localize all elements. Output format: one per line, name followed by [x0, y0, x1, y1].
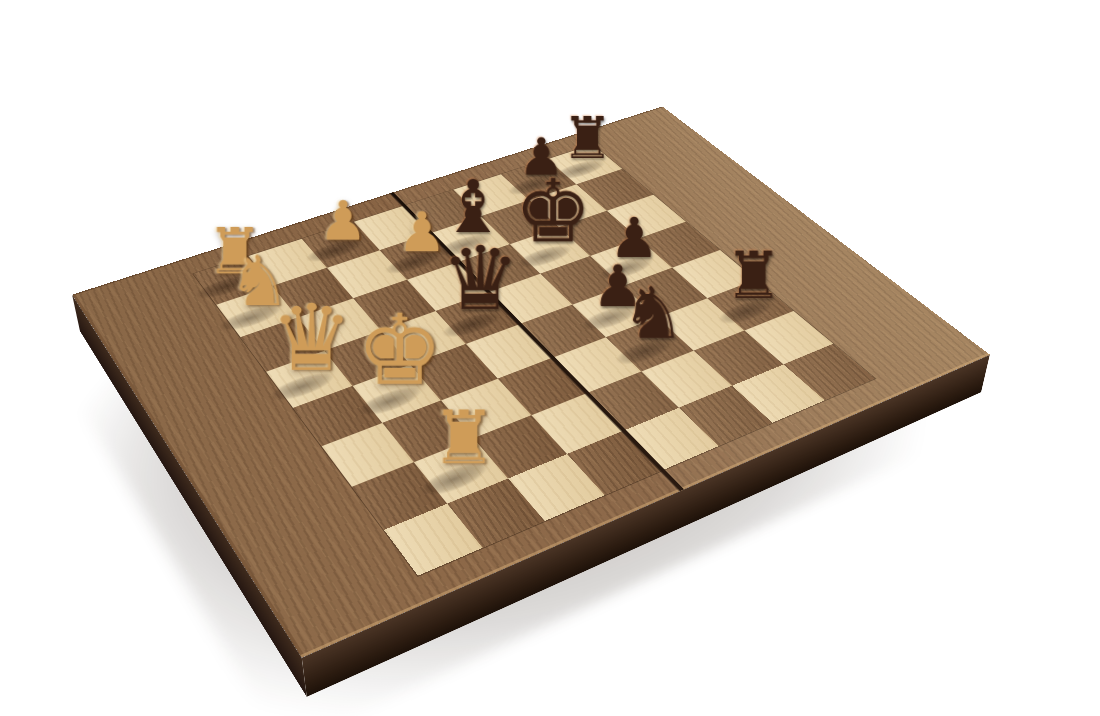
square-a3[interactable]: ♜	[707, 280, 793, 331]
piece-black-queen-e5[interactable]: ♛	[436, 237, 526, 320]
piece-white-king-g4[interactable]: ♚	[352, 304, 447, 396]
piece-white-queen-h5[interactable]: ♛	[265, 295, 359, 382]
piece-anchor-a3: ♜	[726, 295, 775, 314]
square-g2[interactable]: ♜	[414, 438, 508, 503]
piece-anchor-h5: ♛	[279, 368, 338, 389]
piece-anchor-f8: ♟	[314, 236, 366, 253]
square-c3[interactable]: ♞	[606, 317, 694, 371]
piece-white-rook-g2[interactable]: ♜	[414, 404, 515, 474]
piece-anchor-g4: ♚	[367, 382, 425, 404]
piece-black-rook-a3[interactable]: ♜	[709, 246, 798, 308]
piece-anchor-c3: ♞	[623, 334, 675, 354]
piece-white-pawn-f8[interactable]: ♟	[301, 195, 385, 247]
product-photo-scene: ♜♟♟♜♞♟♝♚♛♛♟♚♟♞♜♜	[0, 0, 1100, 716]
piece-anchor-c6: ♚	[525, 241, 575, 258]
piece-anchor-e5: ♛	[451, 308, 505, 327]
piece-anchor-g2: ♜	[430, 458, 490, 483]
piece-black-knight-c3[interactable]: ♞	[607, 279, 699, 347]
